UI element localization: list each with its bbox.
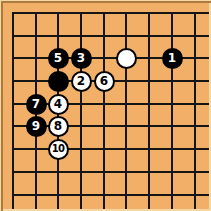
stone-white-2: 2 bbox=[71, 71, 92, 92]
grid-line-horizontal-7 bbox=[12, 148, 209, 150]
grid-line-vertical-7 bbox=[148, 12, 150, 209]
grid-line-vertical-9 bbox=[194, 12, 196, 209]
stone-black-plain bbox=[48, 71, 69, 92]
grid-line-vertical-5 bbox=[103, 12, 105, 209]
stone-black-1: 1 bbox=[162, 48, 183, 69]
grid-line-horizontal-1 bbox=[12, 12, 209, 14]
stone-white-4: 4 bbox=[48, 94, 69, 115]
grid-line-vertical-1 bbox=[12, 12, 14, 209]
grid-line-horizontal-9 bbox=[12, 194, 209, 196]
stone-white-8: 8 bbox=[48, 116, 69, 137]
grid-line-vertical-6 bbox=[125, 12, 127, 209]
stone-black-9: 9 bbox=[26, 116, 47, 137]
go-board-diagram: 12345678910 bbox=[0, 0, 211, 211]
grid-line-vertical-4 bbox=[80, 12, 82, 209]
stone-black-3: 3 bbox=[71, 48, 92, 69]
stone-black-7: 7 bbox=[26, 94, 47, 115]
grid-line-vertical-8 bbox=[171, 12, 173, 209]
grid-line-horizontal-2 bbox=[12, 35, 209, 37]
stone-black-5: 5 bbox=[48, 48, 69, 69]
stone-white-6: 6 bbox=[94, 71, 115, 92]
stone-white-plain bbox=[116, 48, 137, 69]
grid-line-horizontal-8 bbox=[12, 171, 209, 173]
stone-white-10: 10 bbox=[48, 139, 69, 160]
